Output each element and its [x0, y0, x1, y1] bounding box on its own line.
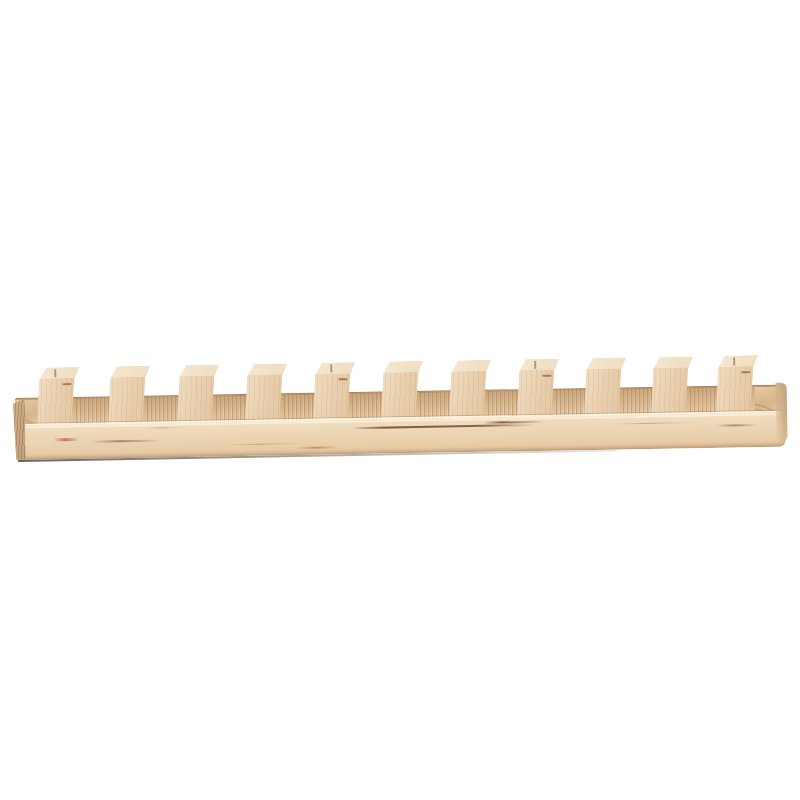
tooth-top-face [516, 358, 559, 371]
tooth-front-face [380, 372, 424, 421]
tooth-top-face [583, 357, 626, 370]
tooth-top-face [650, 356, 693, 369]
rack-tooth-3 [176, 364, 220, 424]
tooth-front-face [176, 375, 220, 424]
rack-tooth-8 [516, 358, 560, 418]
tooth-front-face [516, 369, 560, 418]
rack-tooth-10 [650, 356, 694, 416]
tooth-top-face [715, 355, 758, 368]
tooth-top-face [448, 360, 491, 373]
rack-tooth-1 [36, 367, 80, 427]
tooth-top-face [312, 362, 355, 375]
tooth-top-face [107, 366, 150, 379]
product-photo-canvas [0, 0, 800, 800]
tooth-front-face [583, 368, 627, 417]
tooth-front-face [650, 367, 694, 416]
rack-right-end-face [776, 383, 788, 443]
tooth-top-face [176, 364, 219, 377]
rack-tooth-11 [715, 355, 759, 415]
rack-tooth-5 [312, 362, 356, 422]
tooth-front-face [244, 374, 288, 423]
rack-tooth-4 [244, 363, 288, 423]
tooth-front-face [448, 371, 492, 420]
rack-tooth-7 [448, 360, 492, 420]
tooth-top-face [380, 361, 423, 374]
tooth-front-face [312, 373, 356, 422]
tooth-front-face [107, 377, 151, 426]
wood-rack [14, 355, 785, 460]
tooth-top-face [244, 363, 287, 376]
rack-tooth-2 [107, 366, 151, 426]
tooth-front-face [36, 378, 80, 427]
tooth-top-face [36, 367, 79, 380]
rack-tooth-6 [380, 361, 424, 421]
rack-tooth-9 [583, 357, 627, 417]
tooth-front-face [715, 366, 759, 415]
